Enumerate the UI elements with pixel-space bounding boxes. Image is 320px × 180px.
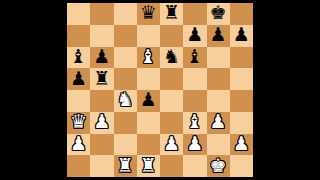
- square-d3[interactable]: [137, 112, 160, 134]
- square-f6[interactable]: ♝: [183, 47, 206, 69]
- piece-white-queen: ♛: [70, 112, 87, 131]
- square-e2[interactable]: ♟: [160, 134, 183, 156]
- square-h2[interactable]: ♟: [230, 134, 253, 156]
- square-a3[interactable]: ♛: [67, 112, 90, 134]
- chess-board: ♛♜♚♟♟♟♝♟♝♞♝♟♜♞♟♛♟♝♟♟♟♟♟♜♜♚: [67, 3, 253, 177]
- square-h3[interactable]: [230, 112, 253, 134]
- square-g3[interactable]: ♟: [207, 112, 230, 134]
- square-f3[interactable]: ♝: [183, 112, 206, 134]
- square-b7[interactable]: [90, 25, 113, 47]
- square-g5[interactable]: [207, 68, 230, 90]
- square-c7[interactable]: [114, 25, 137, 47]
- square-g4[interactable]: [207, 90, 230, 112]
- piece-white-king: ♚: [210, 156, 227, 175]
- square-g7[interactable]: ♟: [207, 25, 230, 47]
- square-h4[interactable]: [230, 90, 253, 112]
- square-f5[interactable]: [183, 68, 206, 90]
- square-a5[interactable]: ♟: [67, 68, 90, 90]
- square-a6[interactable]: ♝: [67, 47, 90, 69]
- square-d2[interactable]: [137, 134, 160, 156]
- piece-white-bishop: ♝: [186, 112, 203, 131]
- piece-black-rook: ♜: [93, 69, 110, 88]
- square-c8[interactable]: [114, 3, 137, 25]
- square-a4[interactable]: [67, 90, 90, 112]
- square-b4[interactable]: [90, 90, 113, 112]
- square-d5[interactable]: [137, 68, 160, 90]
- square-b8[interactable]: [90, 3, 113, 25]
- square-e6[interactable]: ♞: [160, 47, 183, 69]
- page-background: ♛♜♚♟♟♟♝♟♝♞♝♟♜♞♟♛♟♝♟♟♟♟♟♜♜♚: [0, 0, 320, 180]
- piece-black-pawn: ♟: [210, 25, 227, 44]
- square-b3[interactable]: ♟: [90, 112, 113, 134]
- square-c1[interactable]: ♜: [114, 155, 137, 177]
- piece-white-rook: ♜: [117, 156, 134, 175]
- piece-black-bishop: ♝: [70, 47, 87, 66]
- square-c6[interactable]: [114, 47, 137, 69]
- square-d1[interactable]: ♜: [137, 155, 160, 177]
- square-f2[interactable]: ♟: [183, 134, 206, 156]
- piece-black-pawn: ♟: [186, 25, 203, 44]
- square-g2[interactable]: [207, 134, 230, 156]
- square-a8[interactable]: [67, 3, 90, 25]
- square-b6[interactable]: ♟: [90, 47, 113, 69]
- square-h5[interactable]: [230, 68, 253, 90]
- square-g6[interactable]: [207, 47, 230, 69]
- square-h1[interactable]: [230, 155, 253, 177]
- square-c5[interactable]: [114, 68, 137, 90]
- piece-white-pawn: ♟: [186, 134, 203, 153]
- piece-black-rook: ♜: [163, 3, 180, 22]
- piece-black-pawn: ♟: [70, 69, 87, 88]
- square-e4[interactable]: [160, 90, 183, 112]
- square-c4[interactable]: ♞: [114, 90, 137, 112]
- piece-white-knight: ♞: [117, 90, 134, 109]
- piece-white-pawn: ♟: [163, 134, 180, 153]
- square-f8[interactable]: [183, 3, 206, 25]
- square-f4[interactable]: [183, 90, 206, 112]
- piece-white-pawn: ♟: [70, 134, 87, 153]
- square-b2[interactable]: [90, 134, 113, 156]
- square-b5[interactable]: ♜: [90, 68, 113, 90]
- piece-black-bishop: ♝: [186, 47, 203, 66]
- square-e8[interactable]: ♜: [160, 3, 183, 25]
- square-d6[interactable]: ♝: [137, 47, 160, 69]
- square-g8[interactable]: ♚: [207, 3, 230, 25]
- square-d7[interactable]: [137, 25, 160, 47]
- square-a1[interactable]: [67, 155, 90, 177]
- square-d8[interactable]: ♛: [137, 3, 160, 25]
- piece-black-knight: ♞: [163, 47, 180, 66]
- square-f1[interactable]: [183, 155, 206, 177]
- square-e1[interactable]: [160, 155, 183, 177]
- piece-white-pawn: ♟: [93, 112, 110, 131]
- piece-black-queen: ♛: [140, 3, 157, 22]
- square-h7[interactable]: ♟: [230, 25, 253, 47]
- piece-white-bishop: ♝: [140, 47, 157, 66]
- piece-black-pawn: ♟: [233, 25, 250, 44]
- square-e7[interactable]: [160, 25, 183, 47]
- piece-white-pawn: ♟: [233, 134, 250, 153]
- square-d4[interactable]: ♟: [137, 90, 160, 112]
- square-a2[interactable]: ♟: [67, 134, 90, 156]
- square-f7[interactable]: ♟: [183, 25, 206, 47]
- square-b1[interactable]: [90, 155, 113, 177]
- square-e3[interactable]: [160, 112, 183, 134]
- square-a7[interactable]: [67, 25, 90, 47]
- piece-white-rook: ♜: [140, 156, 157, 175]
- square-h8[interactable]: [230, 3, 253, 25]
- piece-black-pawn: ♟: [140, 90, 157, 109]
- piece-black-pawn: ♟: [93, 47, 110, 66]
- square-c3[interactable]: [114, 112, 137, 134]
- square-g1[interactable]: ♚: [207, 155, 230, 177]
- square-h6[interactable]: [230, 47, 253, 69]
- piece-black-king: ♚: [210, 3, 227, 22]
- piece-white-pawn: ♟: [210, 112, 227, 131]
- square-c2[interactable]: [114, 134, 137, 156]
- square-e5[interactable]: [160, 68, 183, 90]
